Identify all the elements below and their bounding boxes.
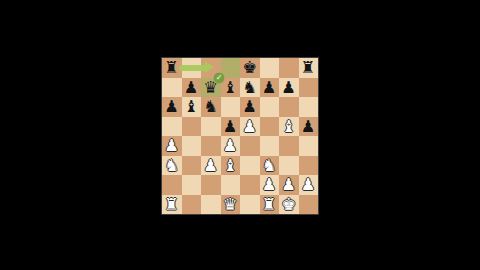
square-f7[interactable]: ♟: [260, 78, 280, 98]
square-e3[interactable]: [240, 156, 260, 176]
piece-black-bishop-b6[interactable]: ♝: [182, 97, 202, 117]
piece-black-pawn-e6[interactable]: ♟: [240, 97, 260, 117]
piece-white-rook-a1[interactable]: ♜: [162, 195, 182, 215]
square-d5[interactable]: ♟: [221, 117, 241, 137]
piece-black-bishop-d7[interactable]: ♝: [221, 78, 241, 98]
square-b4[interactable]: [182, 136, 202, 156]
square-c2[interactable]: [201, 175, 221, 195]
square-d2[interactable]: [221, 175, 241, 195]
square-e8[interactable]: ♚: [240, 58, 260, 78]
square-e5[interactable]: ♟: [240, 117, 260, 137]
square-h3[interactable]: [299, 156, 319, 176]
square-b7[interactable]: ♟: [182, 78, 202, 98]
square-e7[interactable]: ♞: [240, 78, 260, 98]
square-a1[interactable]: ♜: [162, 195, 182, 215]
move-arrow-head-icon: [205, 61, 214, 73]
piece-white-rook-f1[interactable]: ♜: [260, 195, 280, 215]
square-h2[interactable]: ♟: [299, 175, 319, 195]
square-a7[interactable]: [162, 78, 182, 98]
square-d6[interactable]: [221, 97, 241, 117]
piece-black-rook-h8[interactable]: ♜: [299, 58, 319, 78]
piece-white-pawn-e5[interactable]: ♟: [240, 117, 260, 137]
square-f4[interactable]: [260, 136, 280, 156]
piece-white-bishop-d3[interactable]: ♝: [221, 156, 241, 176]
piece-black-pawn-b7[interactable]: ♟: [182, 78, 202, 98]
square-d8[interactable]: [221, 58, 241, 78]
square-h5[interactable]: ♟: [299, 117, 319, 137]
square-d1[interactable]: ♛: [221, 195, 241, 215]
checkmark-icon: ✓: [216, 73, 223, 83]
square-g2[interactable]: ♟: [279, 175, 299, 195]
piece-black-knight-c6[interactable]: ♞: [201, 97, 221, 117]
square-b5[interactable]: [182, 117, 202, 137]
piece-black-pawn-g7[interactable]: ♟: [279, 78, 299, 98]
square-b2[interactable]: [182, 175, 202, 195]
square-c3[interactable]: ♟: [201, 156, 221, 176]
square-a2[interactable]: [162, 175, 182, 195]
square-b6[interactable]: ♝: [182, 97, 202, 117]
square-g1[interactable]: ♚: [279, 195, 299, 215]
square-g8[interactable]: [279, 58, 299, 78]
square-h1[interactable]: [299, 195, 319, 215]
square-g5[interactable]: ♝: [279, 117, 299, 137]
piece-black-pawn-f7[interactable]: ♟: [260, 78, 280, 98]
square-b1[interactable]: [182, 195, 202, 215]
piece-white-king-g1[interactable]: ♚: [279, 195, 299, 215]
square-b3[interactable]: [182, 156, 202, 176]
correct-move-badge: ✓: [214, 73, 224, 83]
square-h4[interactable]: [299, 136, 319, 156]
piece-white-queen-d1[interactable]: ♛: [221, 195, 241, 215]
square-e4[interactable]: [240, 136, 260, 156]
piece-white-knight-f3[interactable]: ♞: [260, 156, 280, 176]
square-f2[interactable]: ♟: [260, 175, 280, 195]
piece-black-pawn-a6[interactable]: ♟: [162, 97, 182, 117]
piece-black-pawn-d5[interactable]: ♟: [221, 117, 241, 137]
square-g3[interactable]: [279, 156, 299, 176]
piece-white-pawn-d4[interactable]: ♟: [221, 136, 241, 156]
square-f5[interactable]: [260, 117, 280, 137]
piece-white-pawn-c3[interactable]: ♟: [201, 156, 221, 176]
square-h6[interactable]: [299, 97, 319, 117]
piece-black-knight-e7[interactable]: ♞: [240, 78, 260, 98]
square-a5[interactable]: [162, 117, 182, 137]
square-c5[interactable]: [201, 117, 221, 137]
app-background: ♜♚♜♟♛♝♞♟♟♟♝♞♟♟♟♝♟♟♟♞♟♝♞♟♟♟♜♛♜♚ ✓: [0, 0, 480, 270]
square-a6[interactable]: ♟: [162, 97, 182, 117]
square-a4[interactable]: ♟: [162, 136, 182, 156]
square-d4[interactable]: ♟: [221, 136, 241, 156]
piece-white-pawn-a4[interactable]: ♟: [162, 136, 182, 156]
square-c1[interactable]: [201, 195, 221, 215]
chess-board[interactable]: ♜♚♜♟♛♝♞♟♟♟♝♞♟♟♟♝♟♟♟♞♟♝♞♟♟♟♜♛♜♚ ✓: [161, 57, 319, 215]
square-d7[interactable]: ♝: [221, 78, 241, 98]
piece-white-pawn-f2[interactable]: ♟: [260, 175, 280, 195]
square-f8[interactable]: [260, 58, 280, 78]
square-d3[interactable]: ♝: [221, 156, 241, 176]
square-e1[interactable]: [240, 195, 260, 215]
square-h7[interactable]: [299, 78, 319, 98]
square-e2[interactable]: [240, 175, 260, 195]
piece-black-pawn-h5[interactable]: ♟: [299, 117, 319, 137]
piece-white-pawn-g2[interactable]: ♟: [279, 175, 299, 195]
square-e6[interactable]: ♟: [240, 97, 260, 117]
square-c4[interactable]: [201, 136, 221, 156]
square-g4[interactable]: [279, 136, 299, 156]
move-arrow-body: [179, 65, 206, 71]
square-f3[interactable]: ♞: [260, 156, 280, 176]
square-f6[interactable]: [260, 97, 280, 117]
square-a3[interactable]: ♞: [162, 156, 182, 176]
square-g7[interactable]: ♟: [279, 78, 299, 98]
piece-black-king-e8[interactable]: ♚: [240, 58, 260, 78]
square-h8[interactable]: ♜: [299, 58, 319, 78]
square-f1[interactable]: ♜: [260, 195, 280, 215]
square-c6[interactable]: ♞: [201, 97, 221, 117]
piece-white-knight-a3[interactable]: ♞: [162, 156, 182, 176]
piece-white-bishop-g5[interactable]: ♝: [279, 117, 299, 137]
square-g6[interactable]: [279, 97, 299, 117]
piece-white-pawn-h2[interactable]: ♟: [299, 175, 319, 195]
